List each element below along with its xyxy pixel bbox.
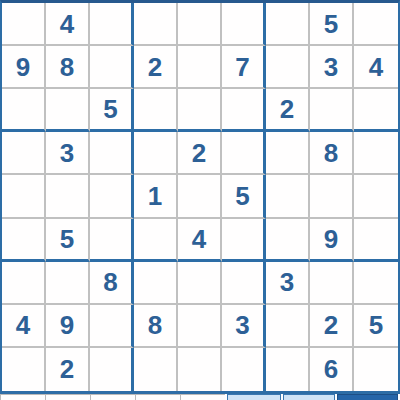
cell-r2c2[interactable]: 8 [46,46,90,89]
cell-r3c6[interactable] [222,89,266,132]
cell-r9c9[interactable] [354,348,398,391]
cell-r9c6[interactable] [222,348,266,391]
cell-r6c6[interactable] [222,219,266,262]
cell-r9c5[interactable] [178,348,222,391]
cell-r9c7[interactable] [266,348,310,391]
cell-r6c7[interactable] [266,219,310,262]
cutoff-button-strip [0,394,400,400]
cell-r3c9[interactable] [354,89,398,132]
cell-r1c3[interactable] [90,3,134,46]
cell-r6c1[interactable] [2,219,46,262]
cell-r5c5[interactable] [178,175,222,218]
cell-r4c9[interactable] [354,132,398,175]
cutoff-button-7-highlighted[interactable] [283,394,335,400]
cell-r5c6[interactable]: 5 [222,175,266,218]
cell-r8c3[interactable] [90,305,134,348]
cell-r4c3[interactable] [90,132,134,175]
cell-r5c3[interactable] [90,175,134,218]
cell-r3c8[interactable] [310,89,354,132]
cell-r1c6[interactable] [222,3,266,46]
cell-r2c4[interactable]: 2 [134,46,178,89]
cell-r9c4[interactable] [134,348,178,391]
cell-r7c9[interactable] [354,262,398,305]
cell-r4c7[interactable] [266,132,310,175]
cell-r7c6[interactable] [222,262,266,305]
cutoff-button-4[interactable] [135,394,180,400]
cell-r6c3[interactable] [90,219,134,262]
cell-r2c8[interactable]: 3 [310,46,354,89]
cell-r9c3[interactable] [90,348,134,391]
cell-r8c6[interactable]: 3 [222,305,266,348]
cell-r7c4[interactable] [134,262,178,305]
cell-r3c2[interactable] [46,89,90,132]
cell-r4c8[interactable]: 8 [310,132,354,175]
cell-r9c1[interactable] [2,348,46,391]
cell-r3c7[interactable]: 2 [266,89,310,132]
cell-r1c8[interactable]: 5 [310,3,354,46]
cell-r5c7[interactable] [266,175,310,218]
cell-r2c9[interactable]: 4 [354,46,398,89]
cell-r8c5[interactable] [178,305,222,348]
cell-r1c4[interactable] [134,3,178,46]
cell-r2c5[interactable] [178,46,222,89]
cell-r7c8[interactable] [310,262,354,305]
cell-r6c8[interactable]: 9 [310,219,354,262]
cell-r8c8[interactable]: 2 [310,305,354,348]
cell-r6c9[interactable] [354,219,398,262]
cutoff-button-5[interactable] [180,394,225,400]
cell-r5c8[interactable] [310,175,354,218]
cell-r8c1[interactable]: 4 [2,305,46,348]
cell-r6c2[interactable]: 5 [46,219,90,262]
cell-r9c8[interactable]: 6 [310,348,354,391]
cell-r1c1[interactable] [2,3,46,46]
cell-r3c5[interactable] [178,89,222,132]
cell-r7c7[interactable]: 3 [266,262,310,305]
cell-r4c2[interactable]: 3 [46,132,90,175]
cell-r2c7[interactable] [266,46,310,89]
cell-r7c2[interactable] [46,262,90,305]
cell-r2c6[interactable]: 7 [222,46,266,89]
cell-r8c9[interactable]: 5 [354,305,398,348]
cell-r3c4[interactable] [134,89,178,132]
cutoff-button-8-selected[interactable] [337,394,398,400]
cell-r7c5[interactable] [178,262,222,305]
cell-r4c1[interactable] [2,132,46,175]
cell-r8c7[interactable] [266,305,310,348]
cell-r6c5[interactable]: 4 [178,219,222,262]
cell-r1c2[interactable]: 4 [46,3,90,46]
cell-r2c3[interactable] [90,46,134,89]
cutoff-button-1[interactable] [0,394,45,400]
cell-r8c4[interactable]: 8 [134,305,178,348]
cell-r3c1[interactable] [2,89,46,132]
cell-r1c5[interactable] [178,3,222,46]
cell-r3c3[interactable]: 5 [90,89,134,132]
cell-r9c2[interactable]: 2 [46,348,90,391]
cutoff-button-6-highlighted[interactable] [227,394,281,400]
cell-r7c3[interactable]: 8 [90,262,134,305]
cell-r1c9[interactable] [354,3,398,46]
cell-r8c2[interactable]: 9 [46,305,90,348]
cutoff-button-2[interactable] [45,394,90,400]
cell-r5c2[interactable] [46,175,90,218]
cell-r4c5[interactable]: 2 [178,132,222,175]
cell-r5c9[interactable] [354,175,398,218]
cell-r5c1[interactable] [2,175,46,218]
sudoku-board: 4598273452328155498349832526 [0,0,400,394]
cell-r6c4[interactable] [134,219,178,262]
cell-r4c4[interactable] [134,132,178,175]
cell-r2c1[interactable]: 9 [2,46,46,89]
cell-r1c7[interactable] [266,3,310,46]
cell-r7c1[interactable] [2,262,46,305]
cell-r5c4[interactable]: 1 [134,175,178,218]
sudoku-screen: 4598273452328155498349832526 [0,0,400,400]
cutoff-button-3[interactable] [90,394,135,400]
cell-r4c6[interactable] [222,132,266,175]
